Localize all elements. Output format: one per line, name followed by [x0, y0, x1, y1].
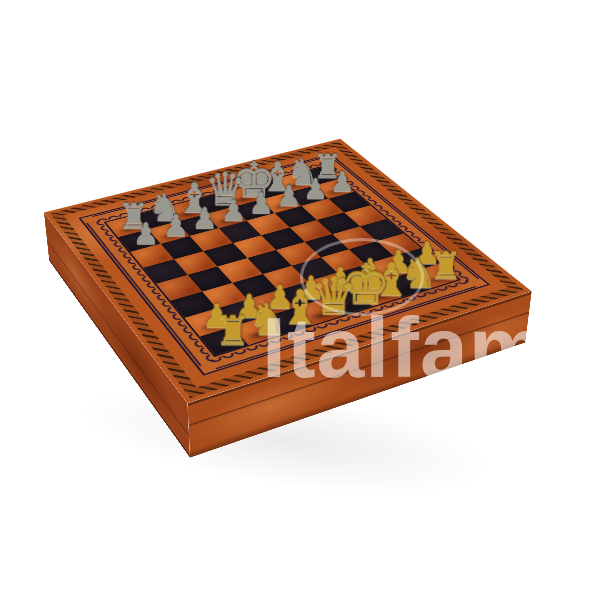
silver-pawn: ♟ — [160, 211, 192, 241]
silver-pawn: ♟ — [246, 189, 277, 218]
silver-pawn: ♟ — [189, 204, 221, 233]
silver-pawn: ♟ — [273, 182, 304, 211]
silver-pawn: ♟ — [218, 196, 250, 225]
silver-pawn: ♟ — [130, 219, 162, 249]
watermark-text: Italfama — [262, 298, 595, 397]
gold-rook: ♜ — [214, 311, 251, 351]
silver-pawn: ♟ — [300, 175, 331, 203]
